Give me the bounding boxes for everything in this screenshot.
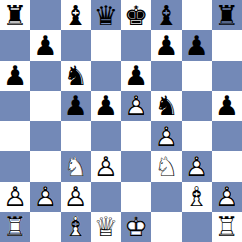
square-c8[interactable]: ♝ [61, 0, 91, 30]
square-d1[interactable]: ♛♕ [91, 212, 121, 242]
white-pawn-outline: ♙ [212, 182, 242, 212]
square-c3[interactable]: ♞♘ [61, 151, 91, 181]
square-e1[interactable]: ♚♔ [121, 212, 151, 242]
square-f7[interactable]: ♟ [151, 30, 181, 60]
square-d5[interactable]: ♟ [91, 91, 121, 121]
square-h6[interactable] [212, 61, 242, 91]
square-h4[interactable] [212, 121, 242, 151]
black-pawn-piece[interactable]: ♟ [61, 91, 91, 121]
white-rook-outline: ♖ [0, 212, 30, 242]
white-pawn-outline: ♙ [0, 182, 30, 212]
square-b2[interactable]: ♟♙ [30, 182, 60, 212]
chess-board: ♜♝♛♚♝♜♟♟♟♟♞♟♟♟♟♙♞♟♟♙♞♘♟♙♞♘♟♙♟♙♟♙♟♙♝♗♟♙♜♖… [0, 0, 242, 242]
square-b1[interactable] [30, 212, 60, 242]
square-d8[interactable]: ♛ [91, 0, 121, 30]
square-e2[interactable] [121, 182, 151, 212]
black-pawn-glyph: ♟ [212, 91, 242, 121]
white-knight-piece[interactable]: ♞♘ [151, 151, 181, 181]
square-g4[interactable] [182, 121, 212, 151]
black-pawn-glyph: ♟ [0, 61, 30, 91]
black-rook-glyph: ♜ [0, 0, 30, 30]
black-pawn-glyph: ♟ [151, 30, 181, 60]
black-knight-glyph: ♞ [151, 91, 181, 121]
black-pawn-glyph: ♟ [91, 91, 121, 121]
square-g1[interactable] [182, 212, 212, 242]
square-g7[interactable]: ♟ [182, 30, 212, 60]
black-pawn-glyph: ♟ [61, 91, 91, 121]
white-rook-outline: ♖ [212, 212, 242, 242]
white-bishop-piece[interactable]: ♝♗ [61, 212, 91, 242]
square-f4[interactable]: ♟♙ [151, 121, 181, 151]
square-h3[interactable] [212, 151, 242, 181]
black-pawn-glyph: ♟ [30, 30, 60, 60]
square-g2[interactable]: ♝♗ [182, 182, 212, 212]
square-c5[interactable]: ♟ [61, 91, 91, 121]
black-pawn-piece[interactable]: ♟ [91, 91, 121, 121]
white-pawn-outline: ♙ [91, 151, 121, 181]
black-pawn-piece[interactable]: ♟ [182, 30, 212, 60]
black-bishop-glyph: ♝ [61, 0, 91, 30]
square-a5[interactable] [0, 91, 30, 121]
square-e5[interactable]: ♟♙ [121, 91, 151, 121]
square-h5[interactable]: ♟ [212, 91, 242, 121]
square-h7[interactable] [212, 30, 242, 60]
white-rook-piece[interactable]: ♜♖ [0, 212, 30, 242]
white-queen-piece[interactable]: ♛♕ [91, 212, 121, 242]
square-b8[interactable] [30, 0, 60, 30]
square-b7[interactable]: ♟ [30, 30, 60, 60]
square-b3[interactable] [30, 151, 60, 181]
square-g8[interactable] [182, 0, 212, 30]
square-d4[interactable] [91, 121, 121, 151]
white-pawn-piece[interactable]: ♟♙ [182, 151, 212, 181]
square-c2[interactable]: ♟♙ [61, 182, 91, 212]
square-d2[interactable] [91, 182, 121, 212]
black-knight-piece[interactable]: ♞ [61, 61, 91, 91]
white-pawn-outline: ♙ [121, 91, 151, 121]
square-a6[interactable]: ♟ [0, 61, 30, 91]
square-a4[interactable] [0, 121, 30, 151]
white-queen-outline: ♕ [91, 212, 121, 242]
square-a3[interactable] [0, 151, 30, 181]
black-pawn-piece[interactable]: ♟ [0, 61, 30, 91]
white-king-piece[interactable]: ♚♔ [121, 212, 151, 242]
square-h1[interactable]: ♜♖ [212, 212, 242, 242]
white-bishop-outline: ♗ [182, 182, 212, 212]
white-pawn-outline: ♙ [151, 121, 181, 151]
black-knight-glyph: ♞ [61, 61, 91, 91]
square-c1[interactable]: ♝♗ [61, 212, 91, 242]
square-g3[interactable]: ♟♙ [182, 151, 212, 181]
square-a7[interactable] [0, 30, 30, 60]
black-pawn-glyph: ♟ [182, 30, 212, 60]
white-pawn-outline: ♙ [61, 182, 91, 212]
square-d3[interactable]: ♟♙ [91, 151, 121, 181]
square-e4[interactable] [121, 121, 151, 151]
square-b5[interactable] [30, 91, 60, 121]
square-b6[interactable] [30, 61, 60, 91]
square-d6[interactable] [91, 61, 121, 91]
black-pawn-piece[interactable]: ♟ [212, 91, 242, 121]
black-pawn-glyph: ♟ [121, 61, 151, 91]
white-bishop-outline: ♗ [61, 212, 91, 242]
black-rook-glyph: ♜ [212, 0, 242, 30]
black-king-piece[interactable]: ♚ [121, 0, 151, 30]
white-pawn-outline: ♙ [30, 182, 60, 212]
square-e7[interactable] [121, 30, 151, 60]
black-pawn-piece[interactable]: ♟ [151, 30, 181, 60]
square-g6[interactable] [182, 61, 212, 91]
square-h2[interactable]: ♟♙ [212, 182, 242, 212]
white-pawn-piece[interactable]: ♟♙ [91, 151, 121, 181]
square-c6[interactable]: ♞ [61, 61, 91, 91]
white-pawn-outline: ♙ [182, 151, 212, 181]
square-e8[interactable]: ♚ [121, 0, 151, 30]
white-king-outline: ♔ [121, 212, 151, 242]
white-pawn-piece[interactable]: ♟♙ [151, 121, 181, 151]
square-a8[interactable]: ♜ [0, 0, 30, 30]
white-rook-piece[interactable]: ♜♖ [212, 212, 242, 242]
white-pawn-piece[interactable]: ♟♙ [0, 182, 30, 212]
black-bishop-piece[interactable]: ♝ [61, 0, 91, 30]
square-g5[interactable] [182, 91, 212, 121]
square-e6[interactable]: ♟ [121, 61, 151, 91]
square-a2[interactable]: ♟♙ [0, 182, 30, 212]
white-knight-outline: ♘ [151, 151, 181, 181]
white-knight-outline: ♘ [61, 151, 91, 181]
white-pawn-piece[interactable]: ♟♙ [212, 182, 242, 212]
black-bishop-piece[interactable]: ♝ [151, 0, 181, 30]
white-pawn-piece[interactable]: ♟♙ [61, 182, 91, 212]
square-f5[interactable]: ♞ [151, 91, 181, 121]
black-queen-glyph: ♛ [91, 0, 121, 30]
black-queen-piece[interactable]: ♛ [91, 0, 121, 30]
black-rook-piece[interactable]: ♜ [212, 0, 242, 30]
white-knight-piece[interactable]: ♞♘ [61, 151, 91, 181]
black-rook-piece[interactable]: ♜ [0, 0, 30, 30]
square-b4[interactable] [30, 121, 60, 151]
square-f1[interactable] [151, 212, 181, 242]
black-knight-piece[interactable]: ♞ [151, 91, 181, 121]
white-pawn-piece[interactable]: ♟♙ [121, 91, 151, 121]
square-f2[interactable] [151, 182, 181, 212]
square-f3[interactable]: ♞♘ [151, 151, 181, 181]
square-c4[interactable] [61, 121, 91, 151]
square-f6[interactable] [151, 61, 181, 91]
square-e3[interactable] [121, 151, 151, 181]
square-a1[interactable]: ♜♖ [0, 212, 30, 242]
square-h8[interactable]: ♜ [212, 0, 242, 30]
square-d7[interactable] [91, 30, 121, 60]
white-bishop-piece[interactable]: ♝♗ [182, 182, 212, 212]
black-king-glyph: ♚ [121, 0, 151, 30]
black-pawn-piece[interactable]: ♟ [121, 61, 151, 91]
black-bishop-glyph: ♝ [151, 0, 181, 30]
square-f8[interactable]: ♝ [151, 0, 181, 30]
white-pawn-piece[interactable]: ♟♙ [30, 182, 60, 212]
square-c7[interactable] [61, 30, 91, 60]
black-pawn-piece[interactable]: ♟ [30, 30, 60, 60]
